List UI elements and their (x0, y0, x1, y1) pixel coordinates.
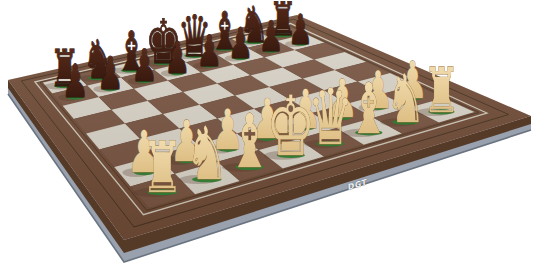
piece-glyph: ♝ (348, 68, 390, 149)
chess-board-photo: ♜♞♝♚♛♝♞♜♟♟♟♟♟♟♟♟♟♟♟♟♟♟♟♟♜♞♝♚♛♝♞♜ DGT (0, 0, 533, 264)
piece-glyph: ♜ (423, 54, 460, 126)
piece-black-pawn[interactable]: ♟ (161, 32, 191, 84)
piece-white-rook[interactable]: ♜ (134, 126, 184, 208)
piece-white-knight[interactable]: ♞ (380, 60, 425, 138)
piece-black-pawn[interactable]: ♟ (285, 5, 313, 53)
piece-glyph: ♞ (185, 111, 229, 197)
piece-glyph: ♟ (61, 55, 88, 108)
piece-white-bishop[interactable]: ♝ (222, 99, 272, 185)
piece-glyph: ♟ (131, 40, 158, 92)
piece-glyph: ♟ (228, 18, 254, 69)
piece-glyph: ♟ (288, 5, 313, 53)
piece-glyph: ♟ (164, 32, 190, 84)
piece-black-pawn[interactable]: ♟ (225, 18, 254, 69)
piece-black-pawn[interactable]: ♟ (58, 55, 89, 108)
piece-glyph: ♟ (97, 47, 124, 100)
piece-black-pawn[interactable]: ♟ (255, 12, 283, 60)
piece-white-knight[interactable]: ♞ (179, 111, 229, 197)
piece-white-rook[interactable]: ♜ (416, 54, 460, 126)
piece-glyph: ♞ (386, 60, 426, 138)
piece-black-pawn[interactable]: ♟ (193, 25, 222, 76)
piece-glyph: ♟ (196, 25, 222, 76)
piece-black-pawn[interactable]: ♟ (128, 40, 158, 92)
piece-glyph: ♟ (258, 12, 283, 60)
piece-black-pawn[interactable]: ♟ (93, 47, 124, 100)
chess-board[interactable]: ♜♞♝♚♛♝♞♜♟♟♟♟♟♟♟♟♟♟♟♟♟♟♟♟♜♞♝♚♛♝♞♜ (0, 0, 533, 264)
piece-white-bishop[interactable]: ♝ (343, 68, 390, 149)
piece-glyph: ♛ (307, 72, 353, 161)
piece-glyph: ♜ (141, 126, 183, 208)
piece-white-queen[interactable]: ♛ (304, 72, 353, 161)
